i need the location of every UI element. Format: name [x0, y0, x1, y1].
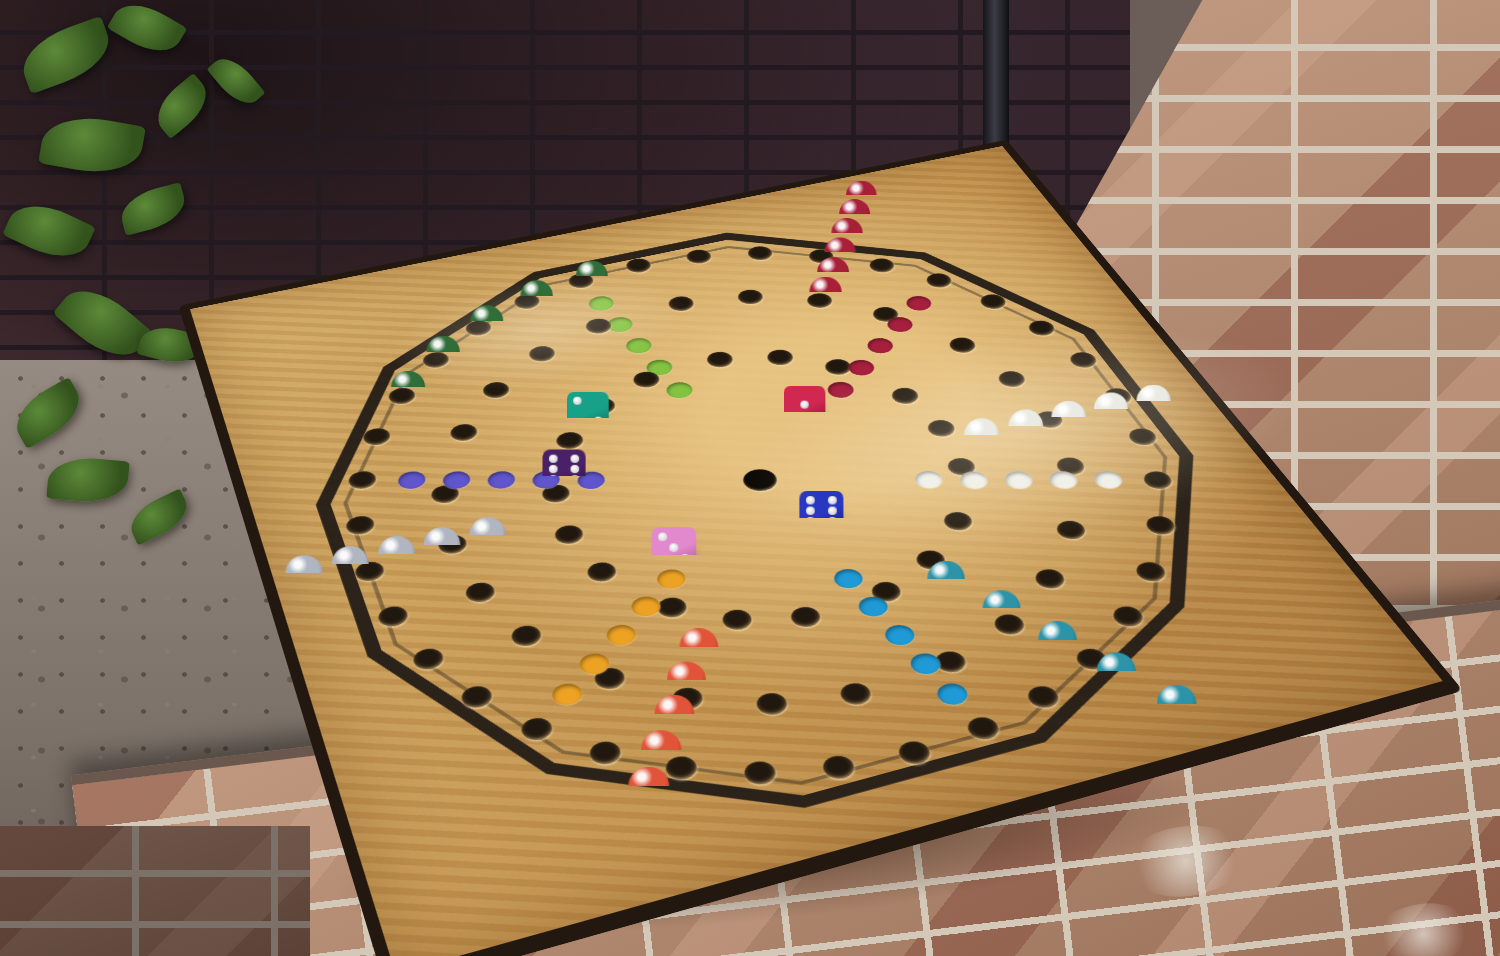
inner-hole[interactable]	[654, 595, 690, 620]
track-hole[interactable]	[587, 738, 625, 767]
home-hole-maroon[interactable]	[864, 336, 897, 355]
track-hole[interactable]	[866, 257, 897, 275]
track-hole[interactable]	[591, 665, 628, 692]
track-hole[interactable]	[1108, 604, 1147, 629]
home-hole-sky-blue[interactable]	[933, 681, 972, 708]
mortar-splash	[1370, 897, 1477, 956]
track-hole[interactable]	[361, 426, 393, 447]
track-hole[interactable]	[518, 715, 556, 743]
home-hole-yellow[interactable]	[654, 566, 690, 590]
inner-hole[interactable]	[868, 579, 905, 604]
track-hole[interactable]	[386, 386, 417, 406]
track-hole[interactable]	[346, 469, 379, 491]
inner-hole[interactable]	[764, 348, 797, 368]
track-hole[interactable]	[734, 288, 765, 306]
track-hole[interactable]	[683, 248, 713, 266]
inner-hole[interactable]	[552, 523, 587, 546]
home-hole-sky-blue[interactable]	[830, 566, 867, 590]
home-hole-yellow[interactable]	[576, 651, 613, 677]
home-hole-lime-green[interactable]	[663, 380, 696, 400]
track-hole[interactable]	[375, 604, 410, 629]
track-hole[interactable]	[740, 758, 780, 787]
track-hole[interactable]	[623, 257, 653, 275]
track-hole[interactable]	[411, 646, 447, 672]
track-hole[interactable]	[923, 272, 955, 290]
home-hole-yellow[interactable]	[549, 681, 586, 708]
track-hole[interactable]	[1023, 683, 1063, 710]
inner-hole[interactable]	[539, 483, 573, 506]
track-hole[interactable]	[931, 649, 970, 675]
track-hole[interactable]	[343, 514, 376, 537]
home-hole-purple[interactable]	[396, 469, 429, 491]
track-hole[interactable]	[745, 245, 776, 263]
track-hole[interactable]	[459, 683, 496, 710]
track-hole[interactable]	[963, 715, 1003, 743]
track-hole[interactable]	[1031, 567, 1069, 591]
track-hole[interactable]	[753, 690, 792, 717]
inner-hole[interactable]	[554, 430, 587, 451]
inner-hole[interactable]	[704, 350, 736, 370]
track-hole[interactable]	[990, 612, 1028, 638]
home-hole-yellow[interactable]	[603, 622, 639, 648]
home-hole-yellow[interactable]	[628, 594, 664, 619]
home-hole-sky-blue[interactable]	[880, 622, 918, 648]
track-hole[interactable]	[977, 292, 1010, 310]
track-hole[interactable]	[894, 738, 934, 767]
inner-hole[interactable]	[787, 604, 824, 629]
home-hole-maroon[interactable]	[902, 294, 934, 313]
inner-hole[interactable]	[719, 607, 756, 632]
inner-hole[interactable]	[584, 560, 619, 584]
track-hole[interactable]	[819, 753, 859, 782]
home-hole-sky-blue[interactable]	[855, 594, 892, 619]
track-hole[interactable]	[462, 580, 497, 605]
brick-wall-corner	[0, 826, 310, 956]
track-hole[interactable]	[836, 680, 875, 707]
home-hole-sky-blue[interactable]	[906, 651, 945, 677]
track-hole[interactable]	[1131, 559, 1169, 583]
track-hole[interactable]	[1142, 514, 1179, 537]
track-hole[interactable]	[508, 623, 544, 649]
track-hole[interactable]	[429, 483, 462, 506]
home-hole-purple[interactable]	[485, 469, 518, 491]
track-hole[interactable]	[447, 422, 479, 443]
home-hole-purple[interactable]	[440, 469, 473, 491]
track-hole[interactable]	[803, 292, 835, 310]
